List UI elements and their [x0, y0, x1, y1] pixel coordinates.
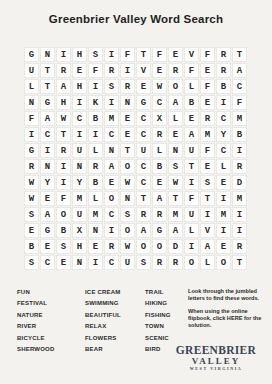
- grid-cell: S: [88, 47, 103, 62]
- word-list-item: SCENIC: [145, 333, 171, 344]
- grid-cell: N: [40, 47, 55, 62]
- grid-cell: T: [168, 191, 183, 206]
- grid-cell: F: [184, 191, 199, 206]
- grid-cell: C: [104, 207, 119, 222]
- word-list-item: BIRD: [145, 344, 171, 355]
- grid-cell: M: [88, 207, 103, 222]
- grid-cell: B: [184, 95, 199, 110]
- grid-cell: N: [24, 95, 39, 110]
- grid-cell: Y: [40, 175, 55, 190]
- grid-cell: I: [56, 159, 71, 174]
- grid-cell: L: [184, 79, 199, 94]
- grid-cell: R: [152, 207, 167, 222]
- grid-cell: W: [56, 111, 71, 126]
- grid-cell: E: [168, 127, 183, 142]
- grid-cell: O: [168, 79, 183, 94]
- grid-cell: R: [152, 255, 167, 270]
- grid-cell: E: [152, 63, 167, 78]
- grid-cell: C: [104, 255, 119, 270]
- grid-cell: C: [104, 127, 119, 142]
- grid-cell: K: [88, 95, 103, 110]
- grid-cell: N: [72, 159, 87, 174]
- grid-cell: C: [72, 111, 87, 126]
- grid-cell: E: [184, 111, 199, 126]
- grid-cell: I: [72, 127, 87, 142]
- word-list-item: RIVER: [17, 321, 55, 332]
- grid-cell: I: [24, 127, 39, 142]
- grid-cell: A: [40, 111, 55, 126]
- grid-cell: C: [216, 111, 231, 126]
- grid-cell: G: [24, 143, 39, 158]
- grid-cell: U: [184, 143, 199, 158]
- logo-greenbrier-text: GREENBRIER: [170, 345, 262, 356]
- grid-cell: G: [136, 95, 151, 110]
- grid-cell: I: [88, 127, 103, 142]
- grid-cell: N: [104, 143, 119, 158]
- grid-cell: U: [24, 63, 39, 78]
- here-link[interactable]: HERE: [227, 315, 243, 321]
- grid-cell: W: [168, 175, 183, 190]
- grid-cell: B: [232, 127, 247, 142]
- grid-cell: E: [216, 175, 231, 190]
- grid-cell: F: [184, 63, 199, 78]
- grid-cell: O: [136, 239, 151, 254]
- grid-cell: B: [152, 159, 167, 174]
- grid-cell: U: [72, 207, 87, 222]
- grid-cell: R: [24, 159, 39, 174]
- grid-cell: N: [88, 223, 103, 238]
- grid-cell: S: [200, 175, 215, 190]
- grid-cell: D: [168, 239, 183, 254]
- grid-cell: F: [232, 95, 247, 110]
- word-list-item: FUN: [17, 287, 55, 298]
- grid-cell: W: [120, 239, 135, 254]
- grid-cell: U: [136, 143, 151, 158]
- grid-cell: I: [200, 207, 215, 222]
- grid-cell: A: [168, 223, 183, 238]
- grid-cell: I: [56, 47, 71, 62]
- grid-cell: R: [120, 79, 135, 94]
- grid-cell: I: [104, 95, 119, 110]
- word-list-item: FLOWERS: [85, 333, 121, 344]
- word-search-grid: GNIHSIFTFEVFRTUTREFRIVERFERALTAHISREWOLF…: [24, 47, 247, 270]
- grid-cell: I: [216, 95, 231, 110]
- grid-cell: R: [88, 159, 103, 174]
- grid-cell: F: [200, 47, 215, 62]
- grid-cell: B: [88, 175, 103, 190]
- grid-cell: L: [152, 143, 167, 158]
- word-list-column-3: TRAILHIKINGFISHINGTOWNSCENICBIRD: [145, 287, 171, 355]
- grid-cell: T: [136, 191, 151, 206]
- grid-cell: N: [72, 255, 87, 270]
- grid-cell: C: [136, 159, 151, 174]
- word-list-item: SWIMMING: [85, 298, 121, 309]
- grid-cell: I: [232, 207, 247, 222]
- word-list-column-2: ICE CREAMSWIMMINGBEAUTIFULRELAXFLOWERSBE…: [85, 287, 121, 355]
- grid-cell: L: [200, 255, 215, 270]
- grid-cell: M: [232, 191, 247, 206]
- grid-cell: G: [40, 223, 55, 238]
- word-list-column-1: FUNFESTIVALNATURERIVERBICYCLESHERWOOD: [17, 287, 55, 355]
- grid-cell: A: [200, 239, 215, 254]
- grid-cell: S: [24, 207, 39, 222]
- grid-cell: E: [200, 95, 215, 110]
- instructions-paragraph-2: When using the online flipbook, click HE…: [188, 308, 268, 329]
- grid-cell: R: [216, 47, 231, 62]
- grid-cell: C: [136, 111, 151, 126]
- grid-cell: R: [152, 127, 167, 142]
- grid-cell: R: [168, 63, 183, 78]
- grid-cell: E: [104, 175, 119, 190]
- grid-cell: F: [120, 47, 135, 62]
- word-list-item: ICE CREAM: [85, 287, 121, 298]
- grid-cell: I: [88, 79, 103, 94]
- grid-cell: W: [24, 191, 39, 206]
- grid-cell: E: [200, 159, 215, 174]
- grid-cell: X: [72, 223, 87, 238]
- grid-cell: H: [72, 239, 87, 254]
- grid-cell: G: [24, 47, 39, 62]
- grid-cell: U: [72, 143, 87, 158]
- grid-cell: E: [40, 191, 55, 206]
- grid-cell: A: [104, 159, 119, 174]
- grid-cell: N: [120, 95, 135, 110]
- grid-cell: R: [56, 143, 71, 158]
- grid-cell: E: [72, 63, 87, 78]
- grid-cell: H: [72, 79, 87, 94]
- grid-cell: R: [136, 207, 151, 222]
- grid-cell: L: [168, 111, 183, 126]
- grid-cell: O: [216, 255, 231, 270]
- instructions-paragraph-1: Look through the jumbled letters to find…: [188, 288, 268, 302]
- grid-cell: E: [88, 239, 103, 254]
- word-list-item: TRAIL: [145, 287, 171, 298]
- grid-cell: M: [232, 111, 247, 126]
- grid-cell: F: [152, 47, 167, 62]
- word-list-item: SHERWOOD: [17, 344, 55, 355]
- grid-cell: I: [104, 47, 119, 62]
- grid-cell: I: [232, 223, 247, 238]
- word-list-item: NATURE: [17, 310, 55, 321]
- grid-cell: E: [200, 63, 215, 78]
- grid-cell: F: [200, 79, 215, 94]
- word-list-item: FESTIVAL: [17, 298, 55, 309]
- grid-cell: T: [120, 143, 135, 158]
- grid-cell: E: [40, 239, 55, 254]
- grid-cell: T: [232, 47, 247, 62]
- grid-cell: W: [120, 175, 135, 190]
- grid-cell: V: [200, 223, 215, 238]
- grid-cell: I: [232, 143, 247, 158]
- grid-cell: R: [56, 63, 71, 78]
- grid-cell: W: [152, 79, 167, 94]
- grid-cell: A: [136, 223, 151, 238]
- grid-cell: R: [216, 63, 231, 78]
- grid-cell: V: [136, 63, 151, 78]
- grid-cell: F: [56, 191, 71, 206]
- grid-cell: T: [40, 63, 55, 78]
- grid-cell: O: [104, 191, 119, 206]
- grid-cell: A: [152, 191, 167, 206]
- instructions-block: Look through the jumbled letters to find…: [188, 288, 268, 335]
- grid-cell: R: [200, 111, 215, 126]
- grid-cell: H: [72, 47, 87, 62]
- grid-cell: R: [104, 63, 119, 78]
- grid-cell: B: [24, 239, 39, 254]
- grid-cell: O: [56, 207, 71, 222]
- grid-cell: I: [104, 223, 119, 238]
- grid-cell: E: [152, 175, 167, 190]
- grid-cell: T: [56, 127, 71, 142]
- word-search-page: Greenbrier Valley Word Search GNIHSIFTFE…: [0, 0, 272, 384]
- word-list-item: BICYCLE: [17, 333, 55, 344]
- grid-cell: S: [168, 159, 183, 174]
- grid-cell: O: [184, 255, 199, 270]
- grid-cell: T: [40, 79, 55, 94]
- grid-cell: R: [168, 255, 183, 270]
- brand-logo: GREENBRIER VALLEY WEST VIRGINIA: [170, 345, 262, 372]
- grid-cell: O: [152, 239, 167, 254]
- grid-cell: G: [152, 223, 167, 238]
- grid-cell: F: [88, 63, 103, 78]
- grid-cell: C: [232, 79, 247, 94]
- grid-cell: I: [88, 255, 103, 270]
- grid-cell: A: [184, 127, 199, 142]
- grid-cell: L: [88, 143, 103, 158]
- grid-cell: R: [104, 239, 119, 254]
- grid-cell: E: [24, 223, 39, 238]
- grid-cell: I: [56, 175, 71, 190]
- logo-valley-text: VALLEY: [170, 356, 262, 366]
- grid-cell: T: [232, 255, 247, 270]
- grid-cell: E: [168, 47, 183, 62]
- grid-cell: C: [152, 95, 167, 110]
- grid-cell: S: [56, 239, 71, 254]
- grid-cell: C: [136, 175, 151, 190]
- grid-cell: V: [184, 47, 199, 62]
- word-list-item: TOWN: [145, 321, 171, 332]
- grid-cell: M: [200, 127, 215, 142]
- grid-cell: E: [136, 79, 151, 94]
- grid-cell: F: [24, 111, 39, 126]
- grid-cell: I: [40, 143, 55, 158]
- word-list-item: FISHING: [145, 310, 171, 321]
- grid-cell: B: [56, 223, 71, 238]
- grid-cell: T: [200, 191, 215, 206]
- grid-cell: I: [216, 223, 231, 238]
- grid-cell: N: [40, 159, 55, 174]
- grid-cell: L: [88, 191, 103, 206]
- grid-cell: I: [216, 191, 231, 206]
- grid-cell: O: [120, 159, 135, 174]
- grid-cell: M: [168, 207, 183, 222]
- grid-cell: O: [120, 223, 135, 238]
- grid-cell: T: [184, 159, 199, 174]
- grid-cell: S: [104, 79, 119, 94]
- grid-cell: U: [120, 255, 135, 270]
- word-list-item: BEAUTIFUL: [85, 310, 121, 321]
- grid-cell: R: [232, 239, 247, 254]
- grid-cell: M: [104, 111, 119, 126]
- grid-cell: Y: [72, 175, 87, 190]
- grid-cell: L: [184, 223, 199, 238]
- grid-cell: A: [168, 95, 183, 110]
- grid-cell: M: [216, 207, 231, 222]
- word-list-item: HIKING: [145, 298, 171, 309]
- grid-cell: C: [136, 127, 151, 142]
- grid-cell: N: [120, 191, 135, 206]
- grid-cell: R: [232, 159, 247, 174]
- grid-cell: C: [216, 143, 231, 158]
- grid-cell: D: [232, 175, 247, 190]
- grid-cell: U: [184, 207, 199, 222]
- grid-cell: G: [40, 95, 55, 110]
- grid-cell: L: [24, 79, 39, 94]
- grid-cell: E: [120, 111, 135, 126]
- grid-cell: A: [232, 63, 247, 78]
- grid-cell: S: [136, 255, 151, 270]
- grid-cell: M: [72, 191, 87, 206]
- grid-cell: B: [216, 79, 231, 94]
- grid-cell: S: [24, 255, 39, 270]
- grid-cell: I: [184, 175, 199, 190]
- grid-cell: Y: [216, 127, 231, 142]
- grid-cell: A: [40, 207, 55, 222]
- grid-cell: C: [40, 255, 55, 270]
- grid-cell: E: [216, 239, 231, 254]
- grid-cell: E: [120, 127, 135, 142]
- page-title: Greenbrier Valley Word Search: [0, 13, 272, 25]
- grid-cell: C: [40, 127, 55, 142]
- grid-cell: I: [72, 95, 87, 110]
- grid-cell: F: [200, 143, 215, 158]
- grid-cell: X: [152, 111, 167, 126]
- grid-cell: A: [56, 79, 71, 94]
- grid-cell: I: [184, 239, 199, 254]
- grid-cell: N: [168, 143, 183, 158]
- grid-cell: I: [120, 63, 135, 78]
- word-list-item: RELAX: [85, 321, 121, 332]
- grid-cell: W: [24, 175, 39, 190]
- grid-cell: T: [136, 47, 151, 62]
- logo-west-virginia-text: WEST VIRGINIA: [170, 366, 262, 372]
- grid-cell: L: [216, 159, 231, 174]
- grid-cell: S: [120, 207, 135, 222]
- grid-cell: H: [56, 95, 71, 110]
- grid-cell: E: [56, 255, 71, 270]
- word-list-item: BEAR: [85, 344, 121, 355]
- grid-cell: B: [88, 111, 103, 126]
